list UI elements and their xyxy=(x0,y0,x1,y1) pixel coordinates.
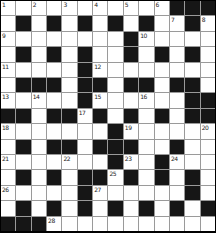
cell-r5c10[interactable] xyxy=(139,63,153,77)
cell-r11c6[interactable] xyxy=(78,155,92,169)
cell-r8c8[interactable] xyxy=(108,109,122,123)
cell-r4c5[interactable] xyxy=(62,47,76,61)
cell-r5c2[interactable] xyxy=(16,63,30,77)
block-cell-r6c10 xyxy=(139,78,153,92)
clue-number-16: 16 xyxy=(140,93,147,100)
cell-r8c12[interactable] xyxy=(170,109,184,123)
block-cell-r2c13 xyxy=(185,16,199,30)
block-cell-r12c4 xyxy=(47,170,61,184)
clue-number-19: 19 xyxy=(125,124,132,131)
cell-r1c1[interactable]: 1 xyxy=(1,1,15,15)
block-cell-r8c7 xyxy=(93,109,107,123)
block-cell-r8c1 xyxy=(1,109,15,123)
clue-number-1: 1 xyxy=(2,1,5,8)
clue-number-8: 8 xyxy=(202,16,205,23)
cell-r13c14[interactable] xyxy=(201,186,215,200)
cell-r6c1[interactable] xyxy=(1,78,15,92)
cell-r11c4[interactable] xyxy=(47,155,61,169)
cell-r4c8[interactable] xyxy=(108,47,122,61)
block-cell-r8c2 xyxy=(16,109,30,123)
cell-r9c11[interactable] xyxy=(155,124,169,138)
cell-r13c4[interactable] xyxy=(47,186,61,200)
cell-r2c12[interactable]: 7 xyxy=(170,16,184,30)
cell-r7c7[interactable]: 15 xyxy=(93,93,107,107)
block-cell-r8c14 xyxy=(201,109,215,123)
cell-r15c11[interactable] xyxy=(155,217,169,231)
block-cell-r4c11 xyxy=(155,47,169,61)
cell-r9c12[interactable] xyxy=(170,124,184,138)
cell-r7c3[interactable]: 14 xyxy=(32,93,46,107)
cell-r9c5[interactable] xyxy=(62,124,76,138)
cell-r14c1[interactable] xyxy=(1,201,15,215)
cell-r3c4[interactable] xyxy=(47,32,61,46)
cell-r14c7[interactable] xyxy=(93,201,107,215)
block-cell-r14c10 xyxy=(139,201,153,215)
cell-r6c5[interactable] xyxy=(62,78,76,92)
clue-number-13: 13 xyxy=(2,93,9,100)
cell-r9c3[interactable] xyxy=(32,124,46,138)
cell-r11c9[interactable]: 23 xyxy=(124,155,138,169)
clue-number-10: 10 xyxy=(140,32,147,39)
block-cell-r12c9 xyxy=(124,170,138,184)
block-cell-r12c13 xyxy=(185,170,199,184)
cell-r13c7[interactable]: 27 xyxy=(93,186,107,200)
cell-r1c5[interactable]: 3 xyxy=(62,1,76,15)
block-cell-r8c5 xyxy=(62,109,76,123)
cell-r11c10[interactable] xyxy=(139,155,153,169)
block-cell-r5c6 xyxy=(78,63,92,77)
cell-r2c3[interactable] xyxy=(32,16,46,30)
cell-r3c1[interactable]: 9 xyxy=(1,32,15,46)
block-cell-r6c13 xyxy=(185,78,199,92)
cell-r7c9[interactable] xyxy=(124,93,138,107)
clue-number-3: 3 xyxy=(63,1,66,8)
block-cell-r12c2 xyxy=(16,170,30,184)
cell-r12c8[interactable]: 25 xyxy=(108,170,122,184)
clue-number-25: 25 xyxy=(109,170,116,177)
cell-r2c11[interactable] xyxy=(155,16,169,30)
block-cell-r1c13 xyxy=(185,1,199,15)
cell-r2c5[interactable] xyxy=(62,16,76,30)
clue-number-4: 4 xyxy=(94,1,97,8)
clue-number-15: 15 xyxy=(94,93,101,100)
block-cell-r6c3 xyxy=(32,78,46,92)
cell-r15c7[interactable] xyxy=(93,217,107,231)
cell-r4c1[interactable] xyxy=(1,47,15,61)
cell-r5c11[interactable] xyxy=(155,63,169,77)
cell-r15c9[interactable] xyxy=(124,217,138,231)
cell-r3c5[interactable] xyxy=(62,32,76,46)
block-cell-r6c2 xyxy=(16,78,30,92)
cell-r4c10[interactable] xyxy=(139,47,153,61)
cell-r8c10[interactable] xyxy=(139,109,153,123)
clue-number-7: 7 xyxy=(171,16,174,23)
block-cell-r10c5 xyxy=(62,140,76,154)
cell-r13c10[interactable] xyxy=(139,186,153,200)
block-cell-r4c4 xyxy=(47,47,61,61)
block-cell-r2c8 xyxy=(108,16,122,30)
cell-r12c3[interactable] xyxy=(32,170,46,184)
cell-r4c14[interactable] xyxy=(201,47,215,61)
cell-r1c3[interactable]: 2 xyxy=(32,1,46,15)
cell-r3c2[interactable] xyxy=(16,32,30,46)
cell-r2c14[interactable]: 8 xyxy=(201,16,215,30)
cell-r8c6[interactable]: 17 xyxy=(78,109,92,123)
cell-r15c14[interactable] xyxy=(201,217,215,231)
block-cell-r9c8 xyxy=(108,124,122,138)
cell-r15c12[interactable] xyxy=(170,217,184,231)
cell-r3c7[interactable] xyxy=(93,32,107,46)
clue-number-2: 2 xyxy=(33,1,36,8)
cell-r10c3[interactable] xyxy=(32,140,46,154)
block-cell-r8c13 xyxy=(185,109,199,123)
block-cell-r2c2 xyxy=(16,16,30,30)
block-cell-r2c10 xyxy=(139,16,153,30)
cell-r13c3[interactable] xyxy=(32,186,46,200)
clue-number-6: 6 xyxy=(156,1,159,8)
cell-r3c11[interactable] xyxy=(155,32,169,46)
cell-r9c14[interactable]: 20 xyxy=(201,124,215,138)
cell-r9c13[interactable] xyxy=(185,124,199,138)
cell-r15c4[interactable]: 28 xyxy=(47,217,61,231)
cell-r1c4[interactable] xyxy=(47,1,61,15)
cell-r8c3[interactable] xyxy=(32,109,46,123)
clue-number-12: 12 xyxy=(94,63,101,70)
cell-r9c4[interactable] xyxy=(47,124,61,138)
clue-number-17: 17 xyxy=(79,109,86,116)
cell-r5c5[interactable] xyxy=(62,63,76,77)
block-cell-r8c11 xyxy=(155,109,169,123)
cell-r5c1[interactable]: 11 xyxy=(1,63,15,77)
cell-r13c9[interactable] xyxy=(124,186,138,200)
cell-r3c6[interactable] xyxy=(78,32,92,46)
block-cell-r4c6 xyxy=(78,47,92,61)
cell-r15c5[interactable] xyxy=(62,217,76,231)
block-cell-r15c1 xyxy=(1,217,15,231)
cell-r7c5[interactable] xyxy=(62,93,76,107)
cell-r1c8[interactable] xyxy=(108,1,122,15)
cell-r7c8[interactable] xyxy=(108,93,122,107)
block-cell-r14c8 xyxy=(108,201,122,215)
cell-r15c13[interactable] xyxy=(185,217,199,231)
block-cell-r12c7 xyxy=(93,170,107,184)
cell-r5c14[interactable] xyxy=(201,63,215,77)
cell-r12c1[interactable] xyxy=(1,170,15,184)
cell-r3c10[interactable]: 10 xyxy=(139,32,153,46)
cell-r11c14[interactable] xyxy=(201,155,215,169)
cell-r6c14[interactable] xyxy=(201,78,215,92)
block-cell-r12c6 xyxy=(78,170,92,184)
cell-r14c11[interactable] xyxy=(155,201,169,215)
cell-r2c1[interactable] xyxy=(1,16,15,30)
clue-number-20: 20 xyxy=(202,124,209,131)
clue-number-18: 18 xyxy=(2,124,9,131)
cell-r13c1[interactable]: 26 xyxy=(1,186,15,200)
cell-r13c2[interactable] xyxy=(16,186,30,200)
block-cell-r7c14 xyxy=(201,93,215,107)
crossword-grid: 1234567891011121314151617181920212223242… xyxy=(0,0,216,233)
block-cell-r10c2 xyxy=(16,140,30,154)
block-cell-r4c13 xyxy=(185,47,199,61)
block-cell-r8c4 xyxy=(47,109,61,123)
cell-r11c3[interactable] xyxy=(32,155,46,169)
block-cell-r10c9 xyxy=(124,140,138,154)
clue-number-24: 24 xyxy=(171,155,178,162)
clue-number-9: 9 xyxy=(2,32,5,39)
block-cell-r14c14 xyxy=(201,201,215,215)
cell-r9c2[interactable] xyxy=(16,124,30,138)
cell-r14c3[interactable] xyxy=(32,201,46,215)
cell-r7c1[interactable]: 13 xyxy=(1,93,15,107)
cell-r15c10[interactable] xyxy=(139,217,153,231)
cell-r12c14[interactable] xyxy=(201,170,215,184)
cell-r1c10[interactable] xyxy=(139,1,153,15)
block-cell-r6c4 xyxy=(47,78,61,92)
cell-r7c12[interactable] xyxy=(170,93,184,107)
clue-number-14: 14 xyxy=(33,93,40,100)
block-cell-r15c3 xyxy=(32,217,46,231)
cell-r13c12[interactable] xyxy=(170,186,184,200)
cell-r9c7[interactable] xyxy=(93,124,107,138)
cell-r11c12[interactable]: 24 xyxy=(170,155,184,169)
clue-number-5: 5 xyxy=(125,1,128,8)
block-cell-r14c6 xyxy=(78,201,92,215)
cell-r5c8[interactable] xyxy=(108,63,122,77)
cell-r11c2[interactable] xyxy=(16,155,30,169)
cell-r7c4[interactable] xyxy=(47,93,61,107)
block-cell-r3c9 xyxy=(124,32,138,46)
block-cell-r15c2 xyxy=(16,217,30,231)
cell-r5c4[interactable] xyxy=(47,63,61,77)
cell-r3c14[interactable] xyxy=(201,32,215,46)
cell-r15c6[interactable] xyxy=(78,217,92,231)
cell-r3c13[interactable] xyxy=(185,32,199,46)
cell-r1c2[interactable] xyxy=(16,1,30,15)
cell-r3c12[interactable] xyxy=(170,32,184,46)
cell-r4c3[interactable] xyxy=(32,47,46,61)
cell-r11c5[interactable]: 22 xyxy=(62,155,76,169)
block-cell-r6c9 xyxy=(124,78,138,92)
cell-r9c6[interactable] xyxy=(78,124,92,138)
block-cell-r6c12 xyxy=(170,78,184,92)
clue-number-11: 11 xyxy=(2,63,9,70)
cell-r14c5[interactable] xyxy=(62,201,76,215)
block-cell-r13c6 xyxy=(78,186,92,200)
cell-r4c7[interactable] xyxy=(93,47,107,61)
block-cell-r14c12 xyxy=(170,201,184,215)
cell-r7c2[interactable] xyxy=(16,93,30,107)
cell-r13c11[interactable] xyxy=(155,186,169,200)
block-cell-r10c4 xyxy=(47,140,61,154)
cell-r2c7[interactable] xyxy=(93,16,107,30)
block-cell-r8c9 xyxy=(124,109,138,123)
clue-number-28: 28 xyxy=(48,217,55,224)
cell-r1c6[interactable] xyxy=(78,1,92,15)
block-cell-r6c6 xyxy=(78,78,92,92)
block-cell-r6c7 xyxy=(93,78,107,92)
cell-r10c10[interactable] xyxy=(139,140,153,154)
block-cell-r4c2 xyxy=(16,47,30,61)
cell-r1c7[interactable]: 4 xyxy=(93,1,107,15)
clue-number-23: 23 xyxy=(125,155,132,162)
clue-number-21: 21 xyxy=(2,155,9,162)
cell-r12c5[interactable] xyxy=(62,170,76,184)
cell-r11c7[interactable] xyxy=(93,155,107,169)
cell-r6c8[interactable] xyxy=(108,78,122,92)
clue-number-26: 26 xyxy=(2,186,9,193)
block-cell-r4c9 xyxy=(124,47,138,61)
cell-r13c5[interactable] xyxy=(62,186,76,200)
cell-r5c9[interactable] xyxy=(124,63,138,77)
cell-r5c7[interactable]: 12 xyxy=(93,63,107,77)
crossword-page: 1234567891011121314151617181920212223242… xyxy=(0,0,216,234)
cell-r9c9[interactable]: 19 xyxy=(124,124,138,138)
cell-r1c11[interactable]: 6 xyxy=(155,1,169,15)
block-cell-r10c7 xyxy=(93,140,107,154)
cell-r11c13[interactable] xyxy=(185,155,199,169)
cell-r12c12[interactable] xyxy=(170,170,184,184)
cell-r10c11[interactable] xyxy=(155,140,169,154)
block-cell-r7c6 xyxy=(78,93,92,107)
block-cell-r7c13 xyxy=(185,93,199,107)
cell-r3c8[interactable] xyxy=(108,32,122,46)
cell-r4c12[interactable] xyxy=(170,47,184,61)
block-cell-r2c4 xyxy=(47,16,61,30)
cell-r14c9[interactable] xyxy=(124,201,138,215)
block-cell-r11c8 xyxy=(108,155,122,169)
cell-r9c10[interactable] xyxy=(139,124,153,138)
block-cell-r2c6 xyxy=(78,16,92,30)
cell-r14c13[interactable] xyxy=(185,201,199,215)
block-cell-r10c12 xyxy=(170,140,184,154)
clue-number-27: 27 xyxy=(94,186,101,193)
block-cell-r1c14 xyxy=(201,1,215,15)
cell-r5c13[interactable] xyxy=(185,63,199,77)
cell-r2c9[interactable] xyxy=(124,16,138,30)
cell-r15c8[interactable] xyxy=(108,217,122,231)
cell-r10c13[interactable] xyxy=(185,140,199,154)
clue-number-22: 22 xyxy=(63,155,70,162)
cell-r11c1[interactable]: 21 xyxy=(1,155,15,169)
block-cell-r10c8 xyxy=(108,140,122,154)
cell-r1c9[interactable]: 5 xyxy=(124,1,138,15)
block-cell-r14c2 xyxy=(16,201,30,215)
cell-r7c11[interactable] xyxy=(155,93,169,107)
cell-r9c1[interactable]: 18 xyxy=(1,124,15,138)
block-cell-r14c4 xyxy=(47,201,61,215)
block-cell-r1c12 xyxy=(170,1,184,15)
block-cell-r12c11 xyxy=(155,170,169,184)
cell-r6c11[interactable] xyxy=(155,78,169,92)
block-cell-r11c11 xyxy=(155,155,169,169)
cell-r10c1[interactable] xyxy=(1,140,15,154)
cell-r12c10[interactable] xyxy=(139,170,153,184)
cell-r3c3[interactable] xyxy=(32,32,46,46)
block-cell-r13c13 xyxy=(185,186,199,200)
cell-r13c8[interactable] xyxy=(108,186,122,200)
cell-r10c6[interactable] xyxy=(78,140,92,154)
cell-r5c3[interactable] xyxy=(32,63,46,77)
cell-r10c14[interactable] xyxy=(201,140,215,154)
cell-r7c10[interactable]: 16 xyxy=(139,93,153,107)
cell-r5c12[interactable] xyxy=(170,63,184,77)
